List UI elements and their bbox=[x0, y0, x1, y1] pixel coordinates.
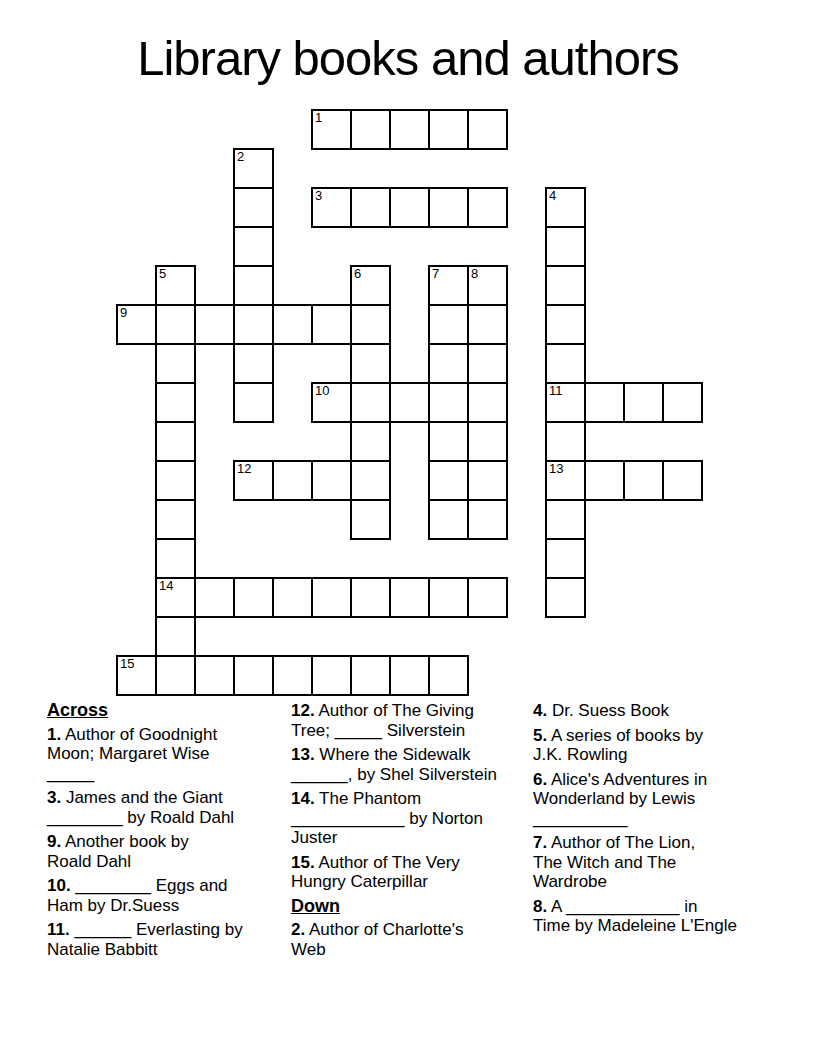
grid-cell-r11c1[interactable] bbox=[155, 538, 196, 579]
clue-down-6: 6. Alice's Adventures in Wonderland by L… bbox=[533, 770, 783, 829]
clue-number-label: 6. bbox=[533, 770, 547, 789]
clue-column-left: Across 1. Author of Goodnight Moon; Marg… bbox=[47, 701, 292, 964]
grid-cell-r12c4[interactable] bbox=[272, 577, 313, 618]
grid-cell-r4c3[interactable] bbox=[233, 265, 274, 306]
grid-cell-r5c11[interactable] bbox=[545, 304, 586, 345]
grid-cell-r9c3[interactable]: 12 bbox=[233, 460, 274, 501]
grid-cell-r8c8[interactable] bbox=[428, 421, 469, 462]
grid-cell-r3c3[interactable] bbox=[233, 226, 274, 267]
grid-cell-r5c6[interactable] bbox=[350, 304, 391, 345]
clue-number: 5 bbox=[159, 267, 166, 281]
grid-cell-r6c1[interactable] bbox=[155, 343, 196, 384]
grid-cell-r12c8[interactable] bbox=[428, 577, 469, 618]
clue-across-10: 10. ________ Eggs and Ham by Dr.Suess bbox=[47, 876, 292, 915]
grid-cell-r2c8[interactable] bbox=[428, 187, 469, 228]
grid-cell-r6c11[interactable] bbox=[545, 343, 586, 384]
clue-across-9: 9. Another book by Roald Dahl bbox=[47, 832, 292, 871]
grid-cell-r2c9[interactable] bbox=[467, 187, 508, 228]
grid-cell-r4c9[interactable]: 8 bbox=[467, 265, 508, 306]
grid-cell-r7c12[interactable] bbox=[584, 382, 625, 423]
clue-number-label: 15. bbox=[291, 853, 315, 872]
grid-cell-r6c9[interactable] bbox=[467, 343, 508, 384]
grid-cell-r5c5[interactable] bbox=[311, 304, 352, 345]
clue-across-1: 1. Author of Goodnight Moon; Margaret Wi… bbox=[47, 725, 292, 784]
grid-cell-r5c4[interactable] bbox=[272, 304, 313, 345]
grid-cell-r7c13[interactable] bbox=[623, 382, 664, 423]
grid-cell-r7c7[interactable] bbox=[389, 382, 430, 423]
grid-cell-r6c8[interactable] bbox=[428, 343, 469, 384]
grid-cell-r7c3[interactable] bbox=[233, 382, 274, 423]
clue-number-label: 12. bbox=[291, 701, 315, 720]
grid-cell-r13c1[interactable] bbox=[155, 616, 196, 657]
across-header: Across bbox=[47, 701, 292, 721]
clue-number-label: 13. bbox=[291, 745, 315, 764]
clue-number-label: 10. bbox=[47, 876, 71, 895]
grid-cell-r7c14[interactable] bbox=[662, 382, 703, 423]
grid-cell-r10c9[interactable] bbox=[467, 499, 508, 540]
clue-number: 3 bbox=[315, 189, 322, 203]
grid-cell-r6c6[interactable] bbox=[350, 343, 391, 384]
grid-cell-r10c8[interactable] bbox=[428, 499, 469, 540]
grid-cell-r9c12[interactable] bbox=[584, 460, 625, 501]
clue-down-4: 4. Dr. Suess Book bbox=[533, 701, 783, 721]
grid-cell-r9c13[interactable] bbox=[623, 460, 664, 501]
grid-cell-r2c11[interactable]: 4 bbox=[545, 187, 586, 228]
grid-cell-r5c9[interactable] bbox=[467, 304, 508, 345]
clue-number-label: 3. bbox=[47, 788, 61, 807]
clue-number-label: 11. bbox=[47, 920, 70, 939]
grid-cell-r14c4[interactable] bbox=[272, 655, 313, 696]
grid-cell-r14c3[interactable] bbox=[233, 655, 274, 696]
grid-cell-r12c5[interactable] bbox=[311, 577, 352, 618]
clue-number: 13 bbox=[549, 462, 563, 476]
clue-across-15: 15. Author of The Very Hungry Caterpilla… bbox=[291, 853, 533, 892]
grid-cell-r14c6[interactable] bbox=[350, 655, 391, 696]
clue-number: 7 bbox=[432, 267, 439, 281]
grid-cell-r9c14[interactable] bbox=[662, 460, 703, 501]
clue-down-8: 8. A ____________ in Time by Madeleine L… bbox=[533, 897, 783, 936]
grid-cell-r0c7[interactable] bbox=[389, 109, 430, 150]
clue-number: 8 bbox=[471, 267, 478, 281]
down-header: Down bbox=[291, 897, 533, 917]
clue-number-label: 5. bbox=[533, 726, 547, 745]
grid-cell-r11c11[interactable] bbox=[545, 538, 586, 579]
grid-cell-r14c5[interactable] bbox=[311, 655, 352, 696]
clue-number: 4 bbox=[549, 189, 556, 203]
clue-column-middle: 12. Author of The Giving Tree; _____ Sil… bbox=[291, 701, 533, 964]
clue-across-12: 12. Author of The Giving Tree; _____ Sil… bbox=[291, 701, 533, 740]
grid-cell-r14c0[interactable]: 15 bbox=[116, 655, 157, 696]
grid-cell-r4c1[interactable]: 5 bbox=[155, 265, 196, 306]
down-clues-part2: 4. Dr. Suess Book5. A series of books by… bbox=[533, 701, 783, 936]
clue-across-11: 11. ______ Everlasting by Natalie Babbit… bbox=[47, 920, 292, 959]
clue-down-5: 5. A series of books by J.K. Rowling bbox=[533, 726, 783, 765]
clue-number: 11 bbox=[549, 384, 563, 398]
across-clues-part1: 1. Author of Goodnight Moon; Margaret Wi… bbox=[47, 725, 292, 960]
grid-cell-r9c4[interactable] bbox=[272, 460, 313, 501]
across-clues-part2: 12. Author of The Giving Tree; _____ Sil… bbox=[291, 701, 533, 892]
grid-cell-r7c5[interactable]: 10 bbox=[311, 382, 352, 423]
grid-cell-r5c8[interactable] bbox=[428, 304, 469, 345]
grid-cell-r8c1[interactable] bbox=[155, 421, 196, 462]
grid-cell-r7c6[interactable] bbox=[350, 382, 391, 423]
grid-cell-r7c1[interactable] bbox=[155, 382, 196, 423]
grid-cell-r12c11[interactable] bbox=[545, 577, 586, 618]
clue-number-label: 4. bbox=[533, 701, 547, 720]
down-clues-part1: 2. Author of Charlotte's Web bbox=[291, 920, 533, 959]
grid-cell-r7c9[interactable] bbox=[467, 382, 508, 423]
clue-number-label: 9. bbox=[47, 832, 61, 851]
puzzle-title: Library books and authors bbox=[0, 30, 816, 86]
grid-cell-r9c11[interactable]: 13 bbox=[545, 460, 586, 501]
clue-number: 10 bbox=[315, 384, 329, 398]
grid-cell-r14c8[interactable] bbox=[428, 655, 469, 696]
grid-cell-r9c6[interactable] bbox=[350, 460, 391, 501]
grid-cell-r5c1[interactable] bbox=[155, 304, 196, 345]
grid-cell-r5c2[interactable] bbox=[194, 304, 235, 345]
grid-cell-r6c3[interactable] bbox=[233, 343, 274, 384]
grid-cell-r14c7[interactable] bbox=[389, 655, 430, 696]
grid-cell-r10c6[interactable] bbox=[350, 499, 391, 540]
grid-cell-r9c5[interactable] bbox=[311, 460, 352, 501]
grid-cell-r4c11[interactable] bbox=[545, 265, 586, 306]
grid-cell-r8c11[interactable] bbox=[545, 421, 586, 462]
grid-cell-r9c1[interactable] bbox=[155, 460, 196, 501]
grid-cell-r2c3[interactable] bbox=[233, 187, 274, 228]
grid-cell-r5c3[interactable] bbox=[233, 304, 274, 345]
grid-cell-r12c9[interactable] bbox=[467, 577, 508, 618]
clue-across-13: 13. Where the Sidewalk ______, by Shel S… bbox=[291, 745, 533, 784]
clue-column-right: 4. Dr. Suess Book5. A series of books by… bbox=[533, 701, 783, 941]
grid-cell-r9c9[interactable] bbox=[467, 460, 508, 501]
grid-cell-r7c11[interactable]: 11 bbox=[545, 382, 586, 423]
grid-cell-r2c5[interactable]: 3 bbox=[311, 187, 352, 228]
page: Library books and authors 12345678910111… bbox=[0, 0, 816, 1056]
clue-number: 1 bbox=[315, 111, 322, 125]
grid-cell-r1c3[interactable]: 2 bbox=[233, 148, 274, 189]
grid-cell-r2c7[interactable] bbox=[389, 187, 430, 228]
clue-number: 14 bbox=[159, 579, 173, 593]
grid-cell-r12c2[interactable] bbox=[194, 577, 235, 618]
grid-cell-r9c8[interactable] bbox=[428, 460, 469, 501]
grid-cell-r14c2[interactable] bbox=[194, 655, 235, 696]
clue-number: 9 bbox=[120, 306, 127, 320]
grid-cell-r4c6[interactable]: 6 bbox=[350, 265, 391, 306]
grid-cell-r5c0[interactable]: 9 bbox=[116, 304, 157, 345]
grid-cell-r14c1[interactable] bbox=[155, 655, 196, 696]
clue-across-14: 14. The Phantom ____________ by Norton J… bbox=[291, 789, 533, 848]
crossword-grid: 123456789101112131415 bbox=[116, 109, 703, 696]
clue-down-2: 2. Author of Charlotte's Web bbox=[291, 920, 533, 959]
grid-cell-r7c8[interactable] bbox=[428, 382, 469, 423]
grid-cell-r10c11[interactable] bbox=[545, 499, 586, 540]
grid-cell-r12c1[interactable]: 14 bbox=[155, 577, 196, 618]
grid-cell-r3c11[interactable] bbox=[545, 226, 586, 267]
grid-cell-r12c3[interactable] bbox=[233, 577, 274, 618]
clue-number-label: 7. bbox=[533, 833, 547, 852]
clue-number: 6 bbox=[354, 267, 361, 281]
clue-across-3: 3. James and the Giant ________ by Roald… bbox=[47, 788, 292, 827]
grid-cell-r0c8[interactable] bbox=[428, 109, 469, 150]
clue-number-label: 1. bbox=[47, 725, 61, 744]
clue-number-label: 2. bbox=[291, 920, 305, 939]
clue-number: 15 bbox=[120, 657, 134, 671]
clue-number-label: 14. bbox=[291, 789, 315, 808]
grid-cell-r12c6[interactable] bbox=[350, 577, 391, 618]
grid-cell-r0c6[interactable] bbox=[350, 109, 391, 150]
clue-number-label: 8. bbox=[533, 897, 547, 916]
grid-cell-r10c1[interactable] bbox=[155, 499, 196, 540]
grid-cell-r8c9[interactable] bbox=[467, 421, 508, 462]
grid-cell-r2c6[interactable] bbox=[350, 187, 391, 228]
grid-cell-r4c8[interactable]: 7 bbox=[428, 265, 469, 306]
clue-number: 12 bbox=[237, 462, 251, 476]
grid-cell-r0c9[interactable] bbox=[467, 109, 508, 150]
clue-down-7: 7. Author of The Lion, The Witch and The… bbox=[533, 833, 783, 892]
grid-cell-r0c5[interactable]: 1 bbox=[311, 109, 352, 150]
grid-cell-r12c7[interactable] bbox=[389, 577, 430, 618]
clue-number: 2 bbox=[237, 150, 244, 164]
grid-cell-r8c6[interactable] bbox=[350, 421, 391, 462]
